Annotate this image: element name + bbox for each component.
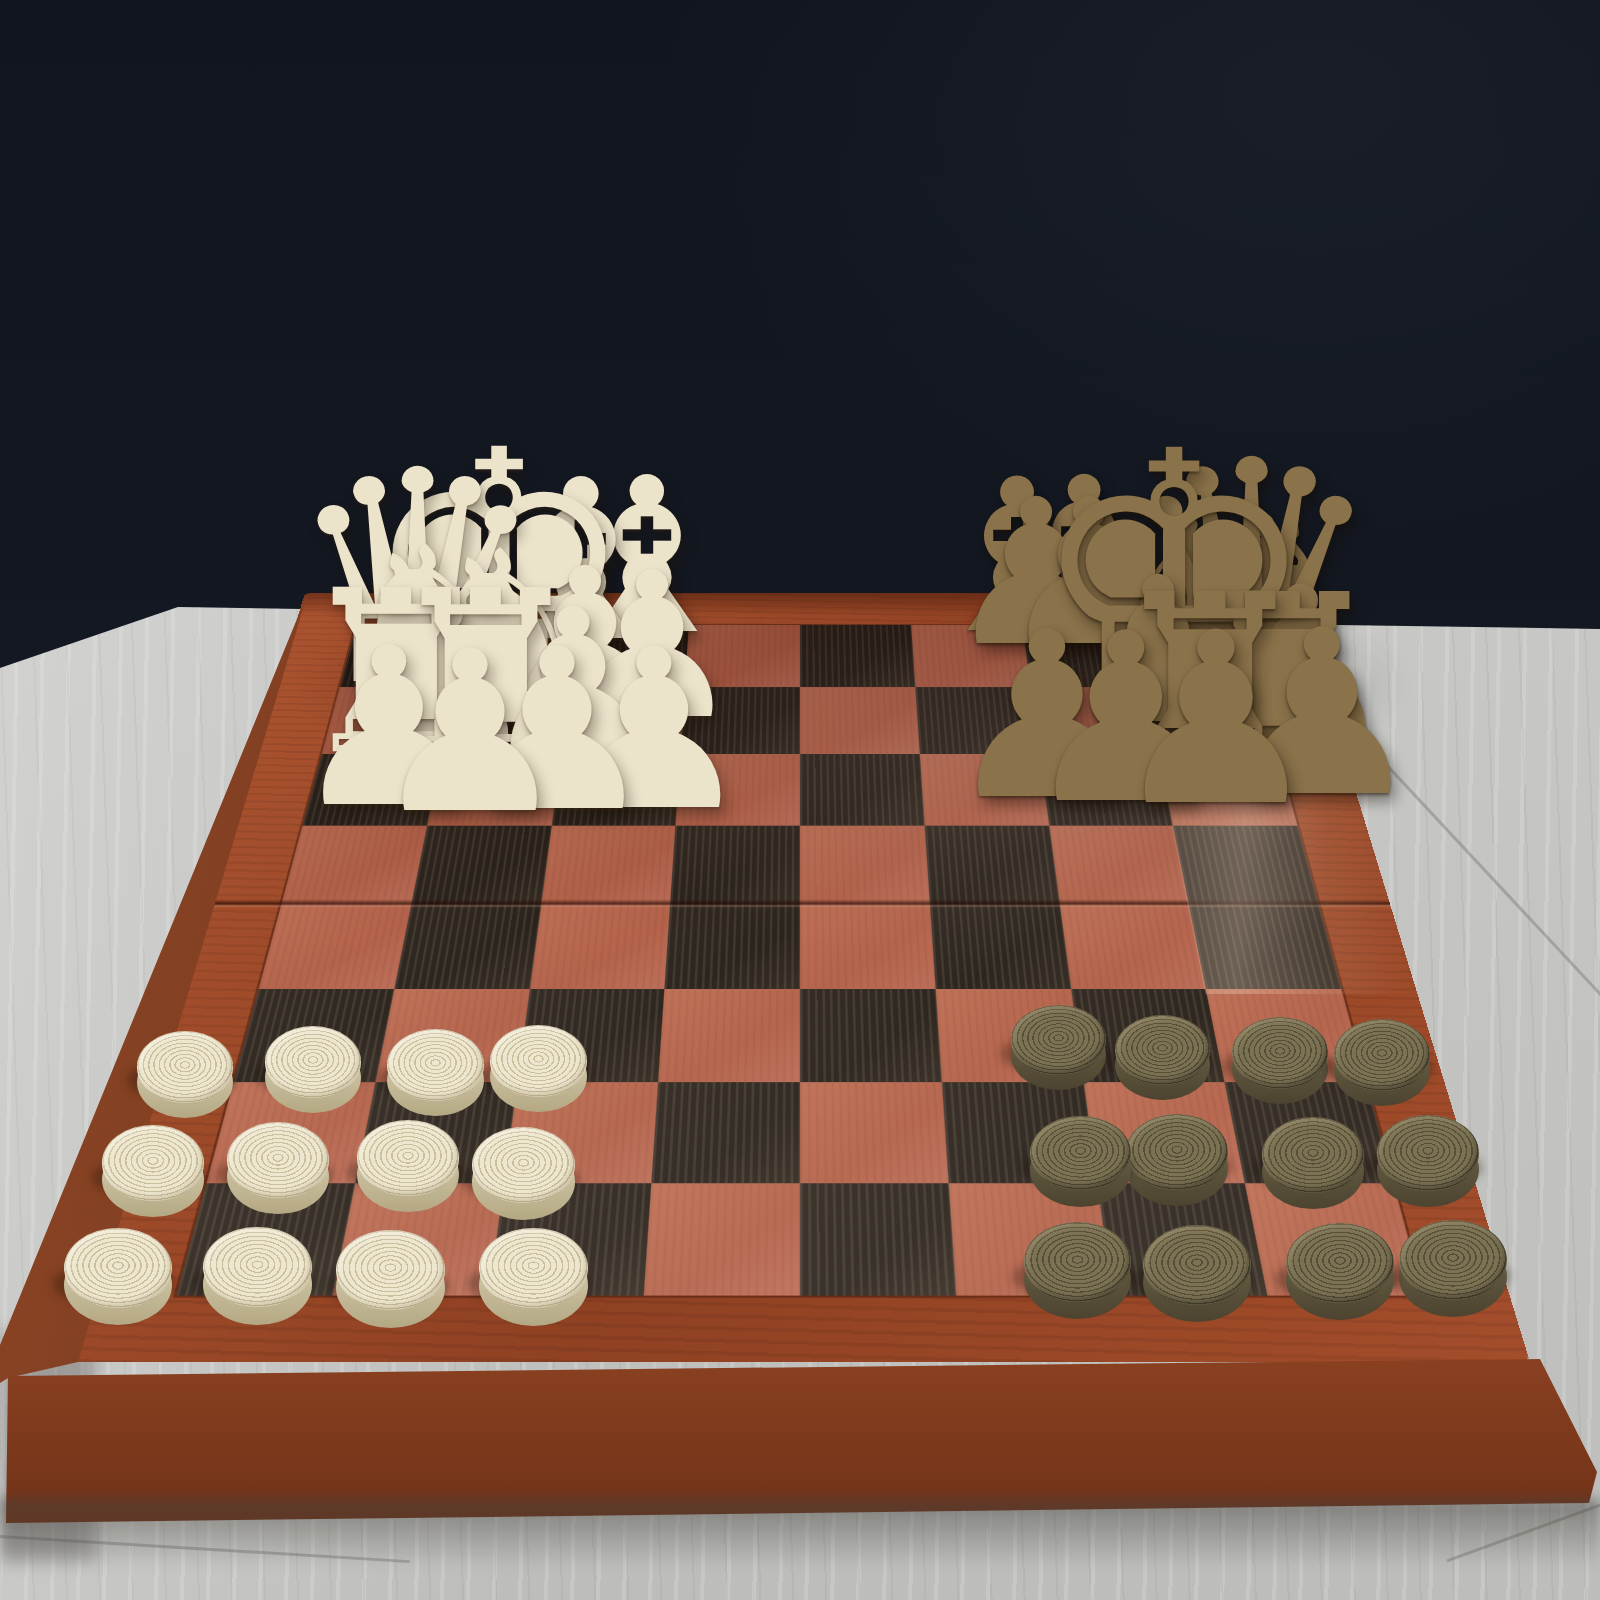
checker-top-rings xyxy=(203,1227,312,1308)
checker-dark-9[interactable] xyxy=(1024,1222,1131,1318)
checker-top-rings xyxy=(1030,1116,1131,1191)
pieces-layer: ♝♝♝♝♟♟♞♞♚♛♛♚♞♞♟♟♟♟♟♜♜♜♟♜♟♟♟♟♟♟♟♟ xyxy=(0,0,1600,1600)
checker-top-rings xyxy=(137,1031,233,1102)
checker-top-rings xyxy=(265,1026,361,1097)
checker-dark-5[interactable] xyxy=(1030,1116,1131,1207)
checker-top-rings xyxy=(1115,1015,1210,1085)
checker-top-rings xyxy=(1334,1019,1430,1090)
scene: ♝♝♝♝♟♟♞♞♚♛♛♚♞♞♟♟♟♟♟♜♜♜♟♜♟♟♟♟♟♟♟♟ xyxy=(0,0,1600,1600)
checker-top-rings xyxy=(1286,1223,1394,1303)
checker-top-rings xyxy=(1126,1114,1228,1189)
checker-top-rings xyxy=(387,1029,484,1101)
chess-piece-white-pawn[interactable]: ♟ xyxy=(370,622,570,845)
checker-dark-4[interactable] xyxy=(1334,1019,1430,1105)
checker-white-1[interactable] xyxy=(137,1031,233,1117)
checker-white-6[interactable] xyxy=(227,1122,329,1214)
checker-dark-7[interactable] xyxy=(1262,1117,1364,1209)
checker-top-rings xyxy=(1262,1117,1364,1192)
checker-dark-10[interactable] xyxy=(1143,1225,1251,1322)
checker-white-8[interactable] xyxy=(472,1127,575,1220)
checker-white-11[interactable] xyxy=(336,1230,445,1328)
checker-white-3[interactable] xyxy=(387,1029,484,1116)
checker-dark-1[interactable] xyxy=(1011,1005,1106,1091)
checker-top-rings xyxy=(64,1228,172,1308)
checker-dark-3[interactable] xyxy=(1232,1017,1328,1103)
checker-top-rings xyxy=(336,1230,445,1311)
checker-top-rings xyxy=(357,1120,459,1195)
checker-top-rings xyxy=(1399,1220,1507,1300)
checker-top-rings xyxy=(472,1127,575,1203)
checker-top-rings xyxy=(1011,1005,1106,1075)
checker-white-9[interactable] xyxy=(64,1228,172,1325)
checker-top-rings xyxy=(479,1228,588,1309)
checker-top-rings xyxy=(1377,1115,1479,1190)
checker-white-2[interactable] xyxy=(265,1026,361,1112)
checker-dark-11[interactable] xyxy=(1286,1223,1394,1320)
chess-piece-dark-pawn[interactable]: ♟ xyxy=(1110,601,1323,839)
checker-top-rings xyxy=(1024,1222,1131,1301)
checker-dark-12[interactable] xyxy=(1399,1220,1507,1317)
checker-white-5[interactable] xyxy=(102,1125,204,1217)
checker-dark-8[interactable] xyxy=(1377,1115,1479,1207)
checker-white-7[interactable] xyxy=(357,1120,459,1212)
checker-dark-6[interactable] xyxy=(1126,1114,1228,1206)
checker-top-rings xyxy=(102,1125,204,1200)
checker-top-rings xyxy=(1232,1017,1328,1088)
checker-top-rings xyxy=(1143,1225,1251,1305)
checker-top-rings xyxy=(490,1025,587,1097)
checker-white-10[interactable] xyxy=(203,1227,312,1325)
checker-white-12[interactable] xyxy=(479,1228,588,1326)
checker-white-4[interactable] xyxy=(490,1025,587,1112)
checker-dark-2[interactable] xyxy=(1115,1015,1210,1101)
checker-top-rings xyxy=(227,1122,329,1197)
